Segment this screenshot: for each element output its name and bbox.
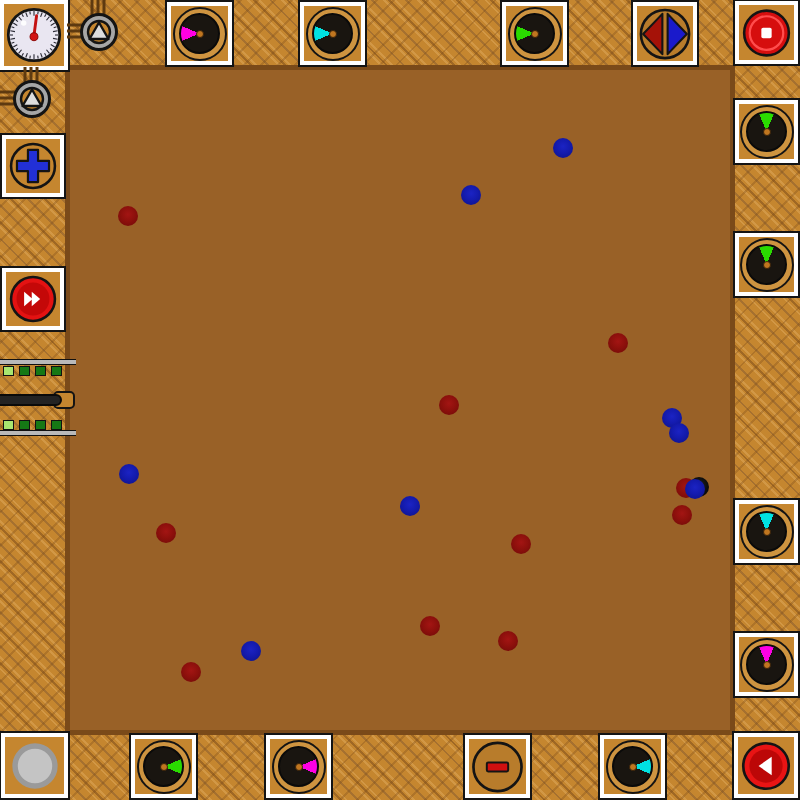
fast-forward-button[interactable] [2,268,64,330]
marble-blue [119,464,139,484]
dial-hub [295,763,303,771]
dial-disc [612,746,653,787]
led-1 [19,366,30,376]
marble-blue [669,423,689,443]
dial-disc [143,746,184,787]
dial-bottom-cyan[interactable] [600,735,665,798]
dial-hub [531,30,539,38]
dial-hub [763,128,771,136]
marble-red [118,206,138,226]
dial-top-cyan[interactable] [300,2,365,65]
plus-icon [6,138,60,194]
led-0 [3,366,14,376]
dial-hub [763,661,771,669]
valve-icon [67,0,132,65]
dial-disc [514,13,555,54]
marble-blue [461,185,481,205]
dial-ring [173,7,227,61]
fast-forward-icon [6,271,60,327]
slider-bar[interactable] [0,394,62,406]
marble-blue [685,479,705,499]
marble-red [608,333,628,353]
marble-blue [400,496,420,516]
dial-ring [740,238,794,292]
dial-disc [312,13,353,54]
play-field [65,65,735,735]
dial-disc [278,746,319,787]
dial-ring [740,638,794,692]
dial-hub [329,30,337,38]
dial-hub [160,763,168,771]
dial-hub [763,261,771,269]
plus-button[interactable] [2,135,64,197]
dial-ring [137,740,191,794]
dial-disc [746,644,787,685]
marble-blue [241,641,261,661]
minus-icon [469,738,526,796]
pressure-gauge [0,0,68,70]
marble-red [672,505,692,525]
dial-ring [740,505,794,559]
gauge-hub [30,33,38,41]
dial-right-magenta[interactable] [735,633,798,696]
dial-ring [740,105,794,159]
left-right-arrows-icon [637,5,693,63]
record-stop-button[interactable] [735,1,798,64]
gauge-face [4,3,64,67]
marble-red [439,395,459,415]
dial-bottom-green[interactable] [131,735,196,798]
game-window [0,0,800,800]
dial-right-green-2[interactable] [735,233,798,296]
led-0 [3,420,14,430]
dial-top-magenta[interactable] [167,2,232,65]
dial-ring [508,7,562,61]
dial-hub [196,30,204,38]
minus-button[interactable] [465,735,530,798]
led-strip-bottom [0,419,76,436]
dial-ring [606,740,660,794]
marble-red [511,534,531,554]
led-2 [35,366,46,376]
dial-bottom-magenta[interactable] [266,735,331,798]
valve-left[interactable] [0,67,65,132]
gray-circle-icon [6,737,64,795]
dial-disc [746,111,787,152]
record-stop-icon [739,5,794,61]
dial-top-green[interactable] [502,2,567,65]
dial-right-green-1[interactable] [735,100,798,163]
marble-red [156,523,176,543]
marble-blue [553,138,573,158]
led-1 [19,420,30,430]
dial-disc [746,511,787,552]
marble-red [420,616,440,636]
led-2 [35,420,46,430]
marble-red [181,662,201,682]
back-button-corner[interactable] [734,733,798,798]
pressure-slider[interactable] [0,391,78,410]
valve-icon [0,67,65,132]
gray-button-corner[interactable] [1,733,68,798]
red-blue-arrows-button[interactable] [633,2,697,65]
dial-disc [179,13,220,54]
led-rail [0,430,76,436]
led-strip-top [0,359,76,376]
marble-red [498,631,518,651]
dial-right-cyan[interactable] [735,500,798,563]
dial-ring [272,740,326,794]
dial-hub [763,528,771,536]
valve-top[interactable] [67,0,132,65]
dial-disc [746,244,787,285]
dial-ring [306,7,360,61]
dial-hub [629,763,637,771]
back-arrow-icon [738,737,794,795]
led-3 [51,366,62,376]
led-3 [51,420,62,430]
